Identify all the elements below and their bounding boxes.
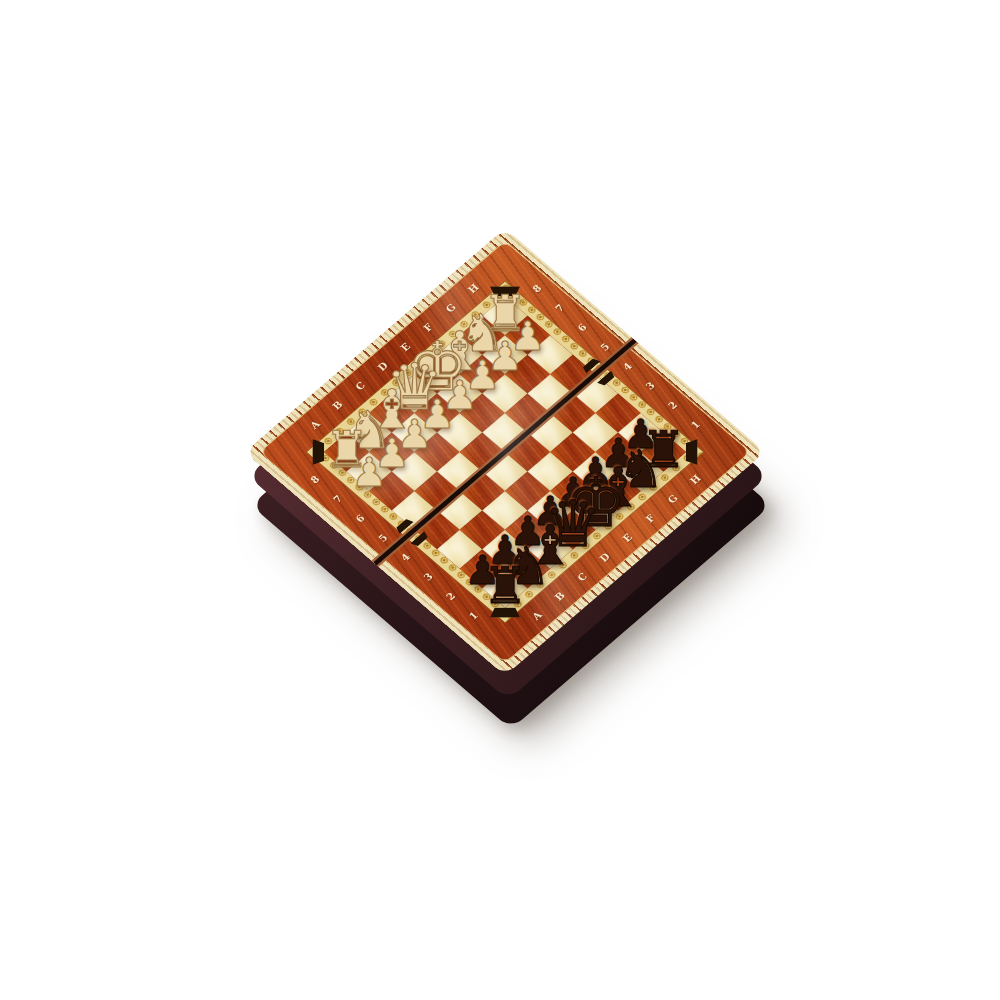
chess-set-photo: AA11BB22CC33DD44EE55FF66GG77HH88 ♜♞♝♛♚♝♞…	[0, 0, 1000, 1000]
corner-inlay	[686, 439, 698, 465]
chess-board: AA11BB22CC33DD44EE55FF66GG77HH88	[245, 228, 765, 676]
corner-inlay	[490, 607, 520, 617]
corner-inlay	[312, 439, 324, 465]
corner-inlay	[490, 286, 520, 296]
